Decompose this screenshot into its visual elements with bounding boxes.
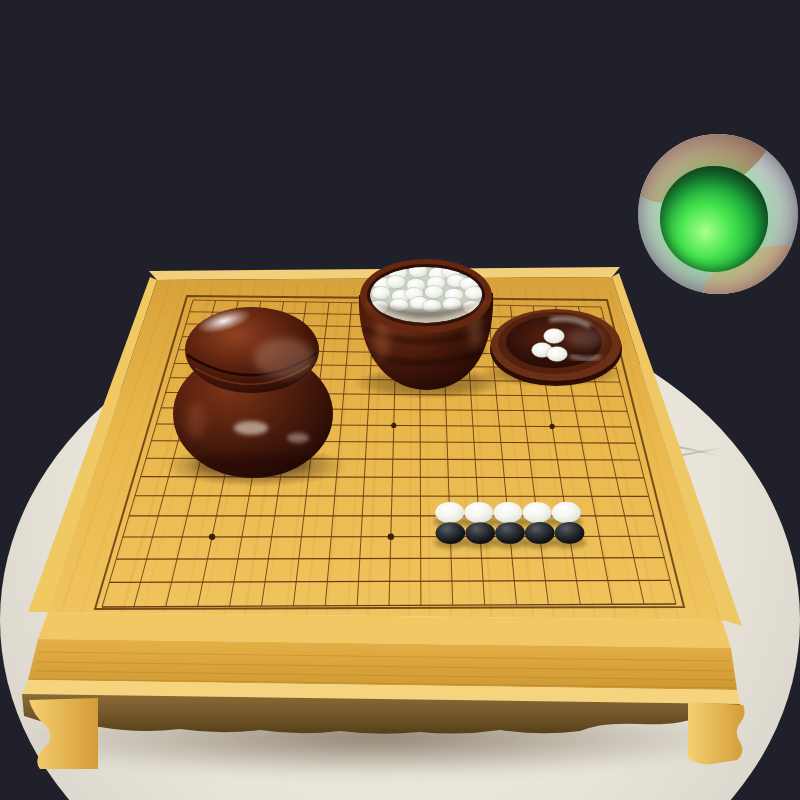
sheen bbox=[567, 328, 603, 348]
star-point bbox=[549, 424, 554, 429]
closed-stone-bowl bbox=[173, 304, 333, 478]
sheen bbox=[287, 433, 309, 443]
inset-shading bbox=[638, 134, 798, 294]
left-leg bbox=[29, 698, 98, 769]
black-stone bbox=[436, 522, 466, 544]
black-stone bbox=[555, 522, 585, 544]
bowl-stone bbox=[387, 275, 406, 288]
star-point bbox=[209, 534, 215, 540]
white-stone bbox=[547, 347, 568, 362]
stone-closeup-inset bbox=[638, 134, 798, 294]
sheen bbox=[186, 402, 206, 438]
sheen bbox=[234, 421, 268, 435]
black-stone bbox=[465, 522, 495, 544]
star-point bbox=[388, 533, 394, 539]
white-stone bbox=[435, 502, 464, 523]
black-stone bbox=[525, 522, 555, 544]
bowl-stone bbox=[425, 285, 444, 298]
base-shadow bbox=[195, 455, 311, 473]
board-stones bbox=[434, 502, 586, 548]
right-leg bbox=[688, 702, 745, 764]
white-stone bbox=[493, 502, 522, 523]
star-point bbox=[391, 423, 396, 428]
white-stone bbox=[464, 502, 493, 523]
white-stone bbox=[552, 502, 581, 523]
product-photo bbox=[0, 0, 800, 800]
sheen bbox=[254, 338, 314, 378]
white-stone bbox=[544, 329, 565, 344]
white-stone bbox=[523, 502, 552, 523]
black-stone bbox=[495, 522, 525, 544]
bowl-stone bbox=[372, 286, 391, 299]
lid-dish bbox=[490, 309, 622, 386]
go-table-scene bbox=[0, 0, 800, 800]
